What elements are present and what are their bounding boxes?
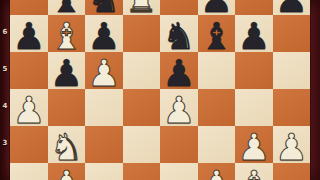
square-d4[interactable] bbox=[123, 89, 161, 126]
piece-white-pawn-b2: ♟ bbox=[48, 163, 86, 180]
piece-black-knight-e6: ♞ bbox=[160, 15, 198, 52]
square-f2[interactable]: ♟ bbox=[198, 163, 236, 180]
rank-label-3: 3 bbox=[0, 139, 10, 147]
square-b4[interactable] bbox=[48, 89, 86, 126]
piece-white-pawn-g3: ♟ bbox=[235, 126, 273, 163]
square-c2[interactable] bbox=[85, 163, 123, 180]
square-f6[interactable]: ♝ bbox=[198, 15, 236, 52]
square-a5[interactable] bbox=[10, 52, 48, 89]
square-b6[interactable]: ♝ bbox=[48, 15, 86, 52]
piece-white-pawn-h3: ♟ bbox=[273, 126, 311, 163]
square-g5[interactable] bbox=[235, 52, 273, 89]
square-b2[interactable]: ♟ bbox=[48, 163, 86, 180]
square-d2[interactable] bbox=[123, 163, 161, 180]
square-h4[interactable] bbox=[273, 89, 311, 126]
piece-black-bishop-b7: ♝ bbox=[48, 0, 86, 15]
square-a2[interactable] bbox=[10, 163, 48, 180]
square-c6[interactable]: ♟ bbox=[85, 15, 123, 52]
piece-black-pawn-a6: ♟ bbox=[10, 15, 48, 52]
piece-black-pawn-f7: ♟ bbox=[198, 0, 236, 15]
square-h7[interactable]: ♟ bbox=[273, 0, 311, 15]
square-f5[interactable] bbox=[198, 52, 236, 89]
square-d7[interactable]: ♜ bbox=[123, 0, 161, 15]
piece-white-rook-d7: ♜ bbox=[123, 0, 161, 15]
square-d3[interactable] bbox=[123, 126, 161, 163]
piece-white-pawn-f2: ♟ bbox=[198, 163, 236, 180]
square-g7[interactable] bbox=[235, 0, 273, 15]
square-b3[interactable]: ♞ bbox=[48, 126, 86, 163]
piece-black-pawn-g6: ♟ bbox=[235, 15, 273, 52]
square-g2[interactable]: ♝ bbox=[235, 163, 273, 180]
square-a6[interactable]: ♟ bbox=[10, 15, 48, 52]
square-h2[interactable] bbox=[273, 163, 311, 180]
square-g3[interactable]: ♟ bbox=[235, 126, 273, 163]
square-e6[interactable]: ♞ bbox=[160, 15, 198, 52]
piece-black-bishop-f6: ♝ bbox=[198, 15, 236, 52]
square-a3[interactable] bbox=[10, 126, 48, 163]
square-e5[interactable]: ♟ bbox=[160, 52, 198, 89]
chess-video-frame: ♝♞♜♟♟♟♝♟♞♝♟♟♟♟♟♟♞♟♟♟♟♝ 6543 bbox=[0, 0, 320, 180]
piece-white-knight-b3: ♞ bbox=[48, 126, 86, 163]
square-a4[interactable]: ♟ bbox=[10, 89, 48, 126]
square-a7[interactable] bbox=[10, 0, 48, 15]
square-g6[interactable]: ♟ bbox=[235, 15, 273, 52]
square-h6[interactable] bbox=[273, 15, 311, 52]
piece-black-pawn-h7: ♟ bbox=[273, 0, 311, 15]
square-g4[interactable] bbox=[235, 89, 273, 126]
piece-white-bishop-g2: ♝ bbox=[235, 163, 273, 180]
board-rank-coordinates: 6543 bbox=[0, 0, 10, 180]
piece-white-pawn-c5: ♟ bbox=[85, 52, 123, 89]
square-c3[interactable] bbox=[85, 126, 123, 163]
piece-black-pawn-c6: ♟ bbox=[85, 15, 123, 52]
rank-label-6: 6 bbox=[0, 28, 10, 36]
square-d5[interactable] bbox=[123, 52, 161, 89]
piece-black-pawn-b5: ♟ bbox=[48, 52, 86, 89]
square-f7[interactable]: ♟ bbox=[198, 0, 236, 15]
square-e4[interactable]: ♟ bbox=[160, 89, 198, 126]
square-h5[interactable] bbox=[273, 52, 311, 89]
piece-black-pawn-e5: ♟ bbox=[160, 52, 198, 89]
square-f3[interactable] bbox=[198, 126, 236, 163]
rank-label-5: 5 bbox=[0, 65, 10, 73]
chess-board: ♝♞♜♟♟♟♝♟♞♝♟♟♟♟♟♟♞♟♟♟♟♝ bbox=[10, 0, 310, 180]
rank-label-4: 4 bbox=[0, 102, 10, 110]
square-c4[interactable] bbox=[85, 89, 123, 126]
square-b5[interactable]: ♟ bbox=[48, 52, 86, 89]
piece-white-bishop-b6: ♝ bbox=[48, 15, 86, 52]
square-c5[interactable]: ♟ bbox=[85, 52, 123, 89]
square-e2[interactable] bbox=[160, 163, 198, 180]
piece-white-pawn-a4: ♟ bbox=[10, 89, 48, 126]
piece-black-knight-c7: ♞ bbox=[85, 0, 123, 15]
piece-white-pawn-e4: ♟ bbox=[160, 89, 198, 126]
square-c7[interactable]: ♞ bbox=[85, 0, 123, 15]
square-h3[interactable]: ♟ bbox=[273, 126, 311, 163]
square-f4[interactable] bbox=[198, 89, 236, 126]
square-e3[interactable] bbox=[160, 126, 198, 163]
square-d6[interactable] bbox=[123, 15, 161, 52]
square-b7[interactable]: ♝ bbox=[48, 0, 86, 15]
square-e7[interactable] bbox=[160, 0, 198, 15]
